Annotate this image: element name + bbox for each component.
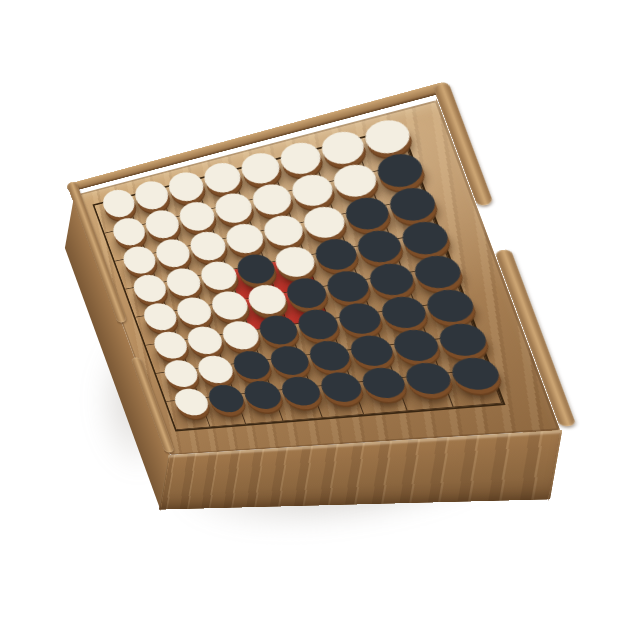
board-grid: ●●●●●●●●●●●●●●●●●●●●●●●●●●●●●●●●●●●●●●●●… bbox=[92, 127, 505, 432]
board-surface: ●●●●●●●●●●●●●●●●●●●●●●●●●●●●●●●●●●●●●●●●… bbox=[75, 100, 560, 455]
piece-black-h8[interactable]: ● bbox=[445, 351, 505, 389]
wooden-game-box: ●●●●●●●●●●●●●●●●●●●●●●●●●●●●●●●●●●●●●●●●… bbox=[75, 100, 560, 455]
board-photo-scene: ●●●●●●●●●●●●●●●●●●●●●●●●●●●●●●●●●●●●●●●●… bbox=[0, 0, 640, 640]
tray-right-rail-front bbox=[494, 249, 576, 427]
cell-a8[interactable]: ● bbox=[166, 398, 210, 430]
tray-right-rail-back bbox=[432, 81, 493, 207]
